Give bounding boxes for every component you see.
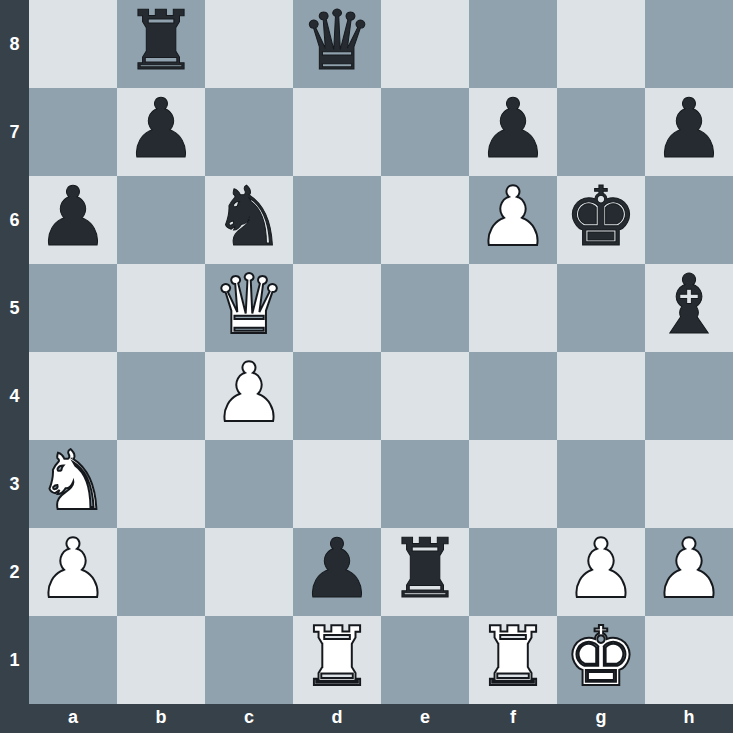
piece-white-pawn[interactable]: ♟ <box>652 525 726 613</box>
rank-label-8: 8 <box>0 0 29 88</box>
square-f6[interactable]: ♟ <box>469 176 557 264</box>
rank-label-5: 5 <box>0 264 29 352</box>
square-d1[interactable]: ♜ <box>293 616 381 704</box>
square-f4[interactable] <box>469 352 557 440</box>
piece-black-pawn[interactable]: ♟ <box>652 85 726 173</box>
square-b5[interactable] <box>117 264 205 352</box>
square-h3[interactable] <box>645 440 733 528</box>
piece-white-pawn[interactable]: ♟ <box>564 525 638 613</box>
square-h4[interactable] <box>645 352 733 440</box>
square-e2[interactable]: ♜ <box>381 528 469 616</box>
piece-black-pawn[interactable]: ♟ <box>36 173 110 261</box>
square-a7[interactable] <box>29 88 117 176</box>
square-g7[interactable] <box>557 88 645 176</box>
square-g2[interactable]: ♟ <box>557 528 645 616</box>
square-c7[interactable] <box>205 88 293 176</box>
piece-black-bishop[interactable]: ♝ <box>652 261 726 349</box>
square-b4[interactable] <box>117 352 205 440</box>
square-e4[interactable] <box>381 352 469 440</box>
square-c5[interactable]: ♛ <box>205 264 293 352</box>
square-c4[interactable]: ♟ <box>205 352 293 440</box>
square-a4[interactable] <box>29 352 117 440</box>
square-f1[interactable]: ♜ <box>469 616 557 704</box>
square-h8[interactable] <box>645 0 733 88</box>
square-g3[interactable] <box>557 440 645 528</box>
piece-white-pawn[interactable]: ♟ <box>36 525 110 613</box>
square-b3[interactable] <box>117 440 205 528</box>
square-h1[interactable] <box>645 616 733 704</box>
piece-black-rook[interactable]: ♜ <box>124 0 198 85</box>
square-f7[interactable]: ♟ <box>469 88 557 176</box>
file-label-d: d <box>293 704 381 733</box>
square-a6[interactable]: ♟ <box>29 176 117 264</box>
square-f3[interactable] <box>469 440 557 528</box>
square-b6[interactable] <box>117 176 205 264</box>
square-b2[interactable] <box>117 528 205 616</box>
square-g1[interactable]: ♚ <box>557 616 645 704</box>
rank-labels: 87654321 <box>0 0 29 704</box>
square-c2[interactable] <box>205 528 293 616</box>
square-a5[interactable] <box>29 264 117 352</box>
square-f8[interactable] <box>469 0 557 88</box>
square-e3[interactable] <box>381 440 469 528</box>
square-f2[interactable] <box>469 528 557 616</box>
square-f5[interactable] <box>469 264 557 352</box>
square-g6[interactable]: ♚ <box>557 176 645 264</box>
square-e8[interactable] <box>381 0 469 88</box>
square-a2[interactable]: ♟ <box>29 528 117 616</box>
square-h5[interactable]: ♝ <box>645 264 733 352</box>
piece-black-pawn[interactable]: ♟ <box>300 525 374 613</box>
rank-label-4: 4 <box>0 352 29 440</box>
square-d4[interactable] <box>293 352 381 440</box>
piece-white-queen[interactable]: ♛ <box>212 261 286 349</box>
square-c6[interactable]: ♞ <box>205 176 293 264</box>
square-g4[interactable] <box>557 352 645 440</box>
square-c8[interactable] <box>205 0 293 88</box>
square-d5[interactable] <box>293 264 381 352</box>
square-e6[interactable] <box>381 176 469 264</box>
square-a3[interactable]: ♞ <box>29 440 117 528</box>
piece-white-rook[interactable]: ♜ <box>300 613 374 701</box>
square-d3[interactable] <box>293 440 381 528</box>
piece-white-rook[interactable]: ♜ <box>476 613 550 701</box>
file-label-a: a <box>29 704 117 733</box>
file-label-g: g <box>557 704 645 733</box>
piece-black-king[interactable]: ♚ <box>564 173 638 261</box>
piece-black-pawn[interactable]: ♟ <box>476 85 550 173</box>
square-b1[interactable] <box>117 616 205 704</box>
file-labels: abcdefgh <box>29 704 733 733</box>
file-label-c: c <box>205 704 293 733</box>
rank-label-3: 3 <box>0 440 29 528</box>
square-h2[interactable]: ♟ <box>645 528 733 616</box>
square-d8[interactable]: ♛ <box>293 0 381 88</box>
rank-label-6: 6 <box>0 176 29 264</box>
piece-white-king[interactable]: ♚ <box>564 613 638 701</box>
file-label-f: f <box>469 704 557 733</box>
piece-black-queen[interactable]: ♛ <box>300 0 374 85</box>
piece-white-pawn[interactable]: ♟ <box>212 349 286 437</box>
square-d7[interactable] <box>293 88 381 176</box>
piece-black-rook[interactable]: ♜ <box>388 525 462 613</box>
rank-label-7: 7 <box>0 88 29 176</box>
square-b8[interactable]: ♜ <box>117 0 205 88</box>
square-d2[interactable]: ♟ <box>293 528 381 616</box>
piece-white-knight[interactable]: ♞ <box>36 437 110 525</box>
square-h6[interactable] <box>645 176 733 264</box>
square-e7[interactable] <box>381 88 469 176</box>
file-label-e: e <box>381 704 469 733</box>
piece-white-pawn[interactable]: ♟ <box>476 173 550 261</box>
square-g5[interactable] <box>557 264 645 352</box>
square-d6[interactable] <box>293 176 381 264</box>
square-e5[interactable] <box>381 264 469 352</box>
board-squares: ♜♛♟♟♟♟♞♟♚♛♝♟♞♟♟♜♟♟♜♜♚ <box>29 0 733 704</box>
rank-label-1: 1 <box>0 616 29 704</box>
square-h7[interactable]: ♟ <box>645 88 733 176</box>
square-b7[interactable]: ♟ <box>117 88 205 176</box>
piece-black-knight[interactable]: ♞ <box>212 173 286 261</box>
rank-label-2: 2 <box>0 528 29 616</box>
square-c1[interactable] <box>205 616 293 704</box>
file-label-h: h <box>645 704 733 733</box>
square-c3[interactable] <box>205 440 293 528</box>
piece-black-pawn[interactable]: ♟ <box>124 85 198 173</box>
square-a1[interactable] <box>29 616 117 704</box>
chessboard: 87654321 ♜♛♟♟♟♟♞♟♚♛♝♟♞♟♟♜♟♟♜♜♚ abcdefgh <box>0 0 733 733</box>
square-a8[interactable] <box>29 0 117 88</box>
file-label-b: b <box>117 704 205 733</box>
square-g8[interactable] <box>557 0 645 88</box>
square-e1[interactable] <box>381 616 469 704</box>
board-corner <box>0 704 29 733</box>
